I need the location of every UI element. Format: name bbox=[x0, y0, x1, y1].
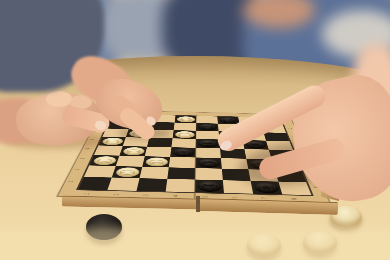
square-f1[interactable] bbox=[223, 180, 253, 193]
square-a2[interactable] bbox=[84, 165, 116, 177]
square-e2[interactable] bbox=[195, 168, 223, 180]
file-label-bottom: 1 bbox=[83, 193, 91, 195]
checker-black[interactable]: ⛂ bbox=[198, 158, 220, 167]
checker-black[interactable]: ⛂ bbox=[172, 148, 193, 157]
square-b2[interactable]: ⛀ bbox=[112, 166, 143, 178]
checker-white[interactable]: ⛀ bbox=[114, 167, 139, 177]
square-e1[interactable]: ⛂ bbox=[195, 180, 224, 193]
rank-label-left: 2 bbox=[74, 169, 81, 171]
square-c4[interactable] bbox=[145, 147, 172, 157]
rank-label-left: 3 bbox=[80, 158, 87, 160]
square-b1[interactable] bbox=[107, 178, 139, 191]
checker-black[interactable]: ⛂ bbox=[198, 124, 217, 131]
checker-white[interactable]: ⛀ bbox=[122, 147, 145, 156]
depth-of-field-blur bbox=[0, 228, 390, 260]
file-label-bottom: 4 bbox=[173, 195, 180, 197]
square-b3[interactable] bbox=[116, 156, 145, 167]
square-c3[interactable]: ⛀ bbox=[142, 156, 170, 167]
square-c2[interactable] bbox=[140, 167, 169, 179]
checker-white[interactable]: ⛀ bbox=[175, 131, 195, 138]
square-a4[interactable] bbox=[94, 145, 123, 155]
checker-black[interactable]: ⛂ bbox=[197, 181, 221, 192]
file-label-bottom: 2 bbox=[113, 194, 121, 196]
rank-label-left: 1 bbox=[68, 180, 76, 182]
photo-scene: ⛀⛀⛂⛂⛂⛀⛀⛂⛀⛂⛂⛀⛂⛀⛀⛂⛂⛀⛂⛂ 8765432112345678123… bbox=[0, 0, 390, 260]
square-d4[interactable]: ⛂ bbox=[170, 147, 196, 157]
rank-label-left: 4 bbox=[85, 148, 91, 150]
square-d2[interactable] bbox=[167, 167, 195, 179]
checker-black[interactable]: ⛂ bbox=[219, 117, 238, 123]
checker-white[interactable]: ⛀ bbox=[92, 156, 117, 165]
square-e4[interactable] bbox=[196, 148, 221, 158]
board-hinge bbox=[196, 196, 200, 212]
square-d3[interactable] bbox=[169, 157, 196, 168]
square-c1[interactable] bbox=[137, 178, 168, 191]
checker-white[interactable]: ⛀ bbox=[176, 116, 194, 122]
checker-black[interactable]: ⛂ bbox=[198, 140, 218, 148]
checker-white[interactable]: ⛀ bbox=[145, 157, 168, 166]
square-b4[interactable]: ⛀ bbox=[119, 146, 147, 156]
knuckle bbox=[46, 91, 72, 107]
square-d1[interactable] bbox=[166, 179, 195, 192]
square-a3[interactable]: ⛀ bbox=[89, 155, 119, 166]
file-label-bottom: 3 bbox=[143, 194, 150, 196]
square-e3[interactable]: ⛂ bbox=[195, 157, 222, 168]
